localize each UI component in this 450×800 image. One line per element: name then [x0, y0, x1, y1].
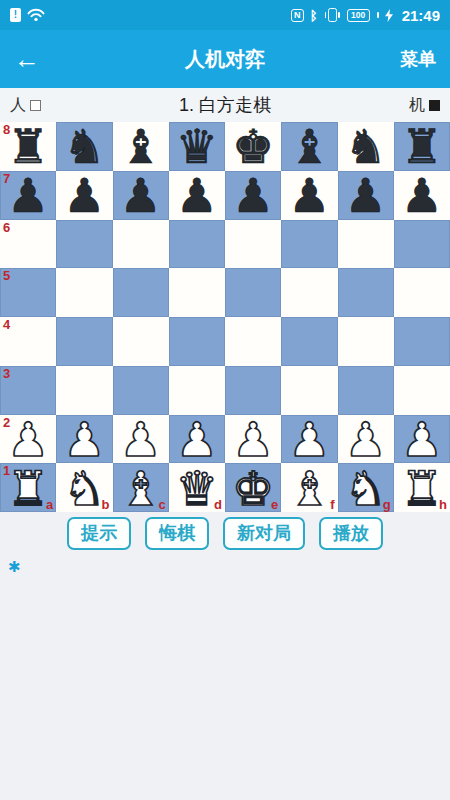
- rank-label-2: 2: [3, 416, 10, 429]
- square-d4[interactable]: [169, 317, 225, 366]
- square-g2[interactable]: ♟: [338, 415, 394, 464]
- rank-label-7: 7: [3, 172, 10, 185]
- square-a3[interactable]: 3: [0, 366, 56, 415]
- square-d2[interactable]: ♟: [169, 415, 225, 464]
- nfc-icon: [291, 9, 304, 22]
- black-pawn-h7: ♟: [401, 170, 443, 220]
- square-g6[interactable]: [338, 220, 394, 269]
- square-c2[interactable]: ♟: [113, 415, 169, 464]
- square-e5[interactable]: [225, 268, 281, 317]
- white-pawn-a2: ♟: [7, 414, 49, 464]
- square-b6[interactable]: [56, 220, 112, 269]
- square-a2[interactable]: ♟2: [0, 415, 56, 464]
- square-b2[interactable]: ♟: [56, 415, 112, 464]
- square-h3[interactable]: [394, 366, 450, 415]
- square-c3[interactable]: [113, 366, 169, 415]
- undo-button[interactable]: 悔棋: [145, 517, 209, 550]
- white-square-icon: [30, 100, 41, 111]
- black-pawn-d7: ♟: [176, 170, 218, 220]
- square-f4[interactable]: [281, 317, 337, 366]
- white-pawn-g2: ♟: [345, 414, 387, 464]
- black-pawn-b7: ♟: [63, 170, 105, 220]
- black-pawn-g7: ♟: [345, 170, 387, 220]
- black-bishop-c8: ♝: [120, 121, 162, 171]
- square-f8[interactable]: ♝: [281, 122, 337, 171]
- white-queen-d1: ♛: [176, 463, 218, 513]
- game-status-row: 人 1. 白方走棋 机: [0, 88, 450, 122]
- rank-label-1: 1: [3, 464, 10, 477]
- black-pawn-e7: ♟: [232, 170, 274, 220]
- file-label-c: c: [159, 498, 166, 511]
- square-a6[interactable]: 6: [0, 220, 56, 269]
- menu-button[interactable]: 菜单: [400, 47, 436, 71]
- machine-label: 机: [409, 95, 425, 116]
- app-header: ← 人机对弈 菜单: [0, 30, 450, 88]
- vibrate-icon: [328, 8, 337, 22]
- back-button[interactable]: ←: [14, 46, 40, 72]
- charging-bolt-icon: [385, 9, 393, 22]
- black-pawn-f7: ♟: [288, 170, 330, 220]
- black-king-e8: ♚: [232, 121, 274, 171]
- black-bishop-f8: ♝: [288, 121, 330, 171]
- move-status-text: 1. 白方走棋: [0, 93, 450, 117]
- square-g7[interactable]: ♟: [338, 171, 394, 220]
- square-b5[interactable]: [56, 268, 112, 317]
- square-d7[interactable]: ♟: [169, 171, 225, 220]
- black-queen-d8: ♛: [176, 121, 218, 171]
- white-knight-g1: ♞: [345, 463, 387, 513]
- square-h4[interactable]: [394, 317, 450, 366]
- square-d6[interactable]: [169, 220, 225, 269]
- square-d1[interactable]: ♛d: [169, 463, 225, 512]
- square-a4[interactable]: 4: [0, 317, 56, 366]
- human-label: 人: [10, 95, 26, 116]
- file-label-g: g: [383, 498, 391, 511]
- machine-side-indicator: 机: [409, 95, 440, 116]
- white-bishop-c1: ♝: [120, 463, 162, 513]
- square-h1[interactable]: ♜h: [394, 463, 450, 512]
- square-d3[interactable]: [169, 366, 225, 415]
- battery-nub: [377, 12, 379, 18]
- square-c5[interactable]: [113, 268, 169, 317]
- square-e6[interactable]: [225, 220, 281, 269]
- square-b3[interactable]: [56, 366, 112, 415]
- square-g5[interactable]: [338, 268, 394, 317]
- move-list-marker: ✱: [8, 559, 450, 574]
- white-pawn-h2: ♟: [401, 414, 443, 464]
- square-a8[interactable]: ♜8: [0, 122, 56, 171]
- file-label-e: e: [271, 498, 278, 511]
- new-game-button[interactable]: 新对局: [223, 517, 305, 550]
- page-title: 人机对弈: [0, 46, 450, 73]
- white-pawn-d2: ♟: [176, 414, 218, 464]
- black-rook-a8: ♜: [7, 121, 49, 171]
- file-label-d: d: [214, 498, 222, 511]
- white-rook-h1: ♜: [401, 463, 443, 513]
- playback-button[interactable]: 播放: [319, 517, 383, 550]
- rank-label-5: 5: [3, 269, 10, 282]
- square-e1[interactable]: ♚e: [225, 463, 281, 512]
- white-pawn-f2: ♟: [288, 414, 330, 464]
- black-square-icon: [429, 100, 440, 111]
- square-e3[interactable]: [225, 366, 281, 415]
- square-f2[interactable]: ♟: [281, 415, 337, 464]
- square-a7[interactable]: ♟7: [0, 171, 56, 220]
- clock-time: 21:49: [402, 7, 440, 24]
- square-a1[interactable]: ♜1a: [0, 463, 56, 512]
- black-knight-g8: ♞: [345, 121, 387, 171]
- square-a5[interactable]: 5: [0, 268, 56, 317]
- square-h8[interactable]: ♜: [394, 122, 450, 171]
- white-pawn-e2: ♟: [232, 414, 274, 464]
- black-pawn-a7: ♟: [7, 170, 49, 220]
- rank-label-8: 8: [3, 123, 10, 136]
- white-bishop-f1: ♝: [288, 463, 330, 513]
- white-pawn-c2: ♟: [120, 414, 162, 464]
- white-rook-a1: ♜: [7, 463, 49, 513]
- square-h5[interactable]: [394, 268, 450, 317]
- square-b8[interactable]: ♞: [56, 122, 112, 171]
- square-b1[interactable]: ♞b: [56, 463, 112, 512]
- square-c6[interactable]: [113, 220, 169, 269]
- square-c8[interactable]: ♝: [113, 122, 169, 171]
- square-c7[interactable]: ♟: [113, 171, 169, 220]
- wifi-icon: [27, 8, 45, 22]
- square-g3[interactable]: [338, 366, 394, 415]
- square-h2[interactable]: ♟: [394, 415, 450, 464]
- square-e2[interactable]: ♟: [225, 415, 281, 464]
- square-h7[interactable]: ♟: [394, 171, 450, 220]
- square-e7[interactable]: ♟: [225, 171, 281, 220]
- action-button-row: 提示 悔棋 新对局 播放: [0, 517, 450, 550]
- status-bar: 100 21:49: [0, 0, 450, 30]
- human-side-indicator: 人: [10, 95, 41, 116]
- square-f1[interactable]: ♝f: [281, 463, 337, 512]
- square-g4[interactable]: [338, 317, 394, 366]
- square-c4[interactable]: [113, 317, 169, 366]
- square-g1[interactable]: ♞g: [338, 463, 394, 512]
- square-f7[interactable]: ♟: [281, 171, 337, 220]
- rank-label-6: 6: [3, 221, 10, 234]
- black-knight-b8: ♞: [63, 121, 105, 171]
- white-pawn-b2: ♟: [63, 414, 105, 464]
- file-label-b: b: [102, 498, 110, 511]
- bluetooth-icon: [310, 9, 318, 22]
- sim-alert-icon: [10, 8, 21, 22]
- white-king-e1: ♚: [232, 463, 274, 513]
- file-label-a: a: [46, 498, 53, 511]
- square-g8[interactable]: ♞: [338, 122, 394, 171]
- battery-percent: 100: [351, 10, 365, 20]
- square-e4[interactable]: [225, 317, 281, 366]
- square-d5[interactable]: [169, 268, 225, 317]
- chess-board: ♜8♞♝♛♚♝♞♜♟7♟♟♟♟♟♟♟6543♟2♟♟♟♟♟♟♟♜1a♞b♝c♛d…: [0, 122, 450, 512]
- square-f3[interactable]: [281, 366, 337, 415]
- file-label-f: f: [330, 498, 334, 511]
- black-pawn-c7: ♟: [120, 170, 162, 220]
- square-h6[interactable]: [394, 220, 450, 269]
- square-c1[interactable]: ♝c: [113, 463, 169, 512]
- battery-icon: 100: [347, 9, 370, 22]
- square-b4[interactable]: [56, 317, 112, 366]
- square-e8[interactable]: ♚: [225, 122, 281, 171]
- hint-button[interactable]: 提示: [67, 517, 131, 550]
- square-f5[interactable]: [281, 268, 337, 317]
- white-knight-b1: ♞: [63, 463, 105, 513]
- rank-label-3: 3: [3, 367, 10, 380]
- file-label-h: h: [439, 498, 447, 511]
- rank-label-4: 4: [3, 318, 10, 331]
- black-rook-h8: ♜: [401, 121, 443, 171]
- square-b7[interactable]: ♟: [56, 171, 112, 220]
- square-f6[interactable]: [281, 220, 337, 269]
- square-d8[interactable]: ♛: [169, 122, 225, 171]
